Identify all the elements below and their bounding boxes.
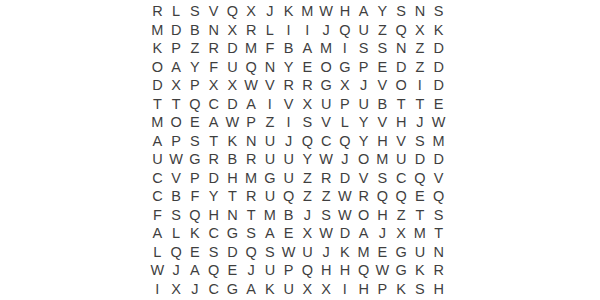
grid-cell-r1c7[interactable]: J — [261, 2, 280, 21]
grid-cell-r16c9[interactable]: X — [298, 280, 317, 299]
grid-cell-r5c9[interactable]: R — [298, 76, 317, 95]
grid-cell-r13c6[interactable]: S — [242, 224, 261, 243]
grid-cell-r4c8[interactable]: Y — [279, 58, 298, 77]
grid-cell-r12c2[interactable]: S — [167, 206, 186, 225]
grid-cell-r10c11[interactable]: D — [336, 169, 355, 188]
grid-cell-r3c16[interactable]: D — [429, 39, 448, 58]
grid-cell-r2c2[interactable]: D — [167, 21, 186, 40]
grid-cell-r16c1[interactable]: I — [148, 280, 167, 299]
grid-cell-r9c11[interactable]: J — [336, 150, 355, 169]
grid-cell-r10c3[interactable]: P — [186, 169, 205, 188]
grid-cell-r4c3[interactable]: Y — [186, 58, 205, 77]
grid-cell-r15c2[interactable]: J — [167, 261, 186, 280]
grid-cell-r11c4[interactable]: Y — [204, 187, 223, 206]
grid-cell-r3c15[interactable]: Z — [411, 39, 430, 58]
grid-cell-r8c11[interactable]: Q — [336, 132, 355, 151]
grid-cell-r4c11[interactable]: G — [336, 58, 355, 77]
grid-cell-r16c2[interactable]: X — [167, 280, 186, 299]
grid-cell-r6c4[interactable]: C — [204, 95, 223, 114]
grid-cell-r3c13[interactable]: S — [373, 39, 392, 58]
grid-cell-r3c11[interactable]: I — [336, 39, 355, 58]
grid-cell-r12c1[interactable]: F — [148, 206, 167, 225]
grid-cell-r8c14[interactable]: V — [392, 132, 411, 151]
grid-cell-r3c1[interactable]: K — [148, 39, 167, 58]
grid-cell-r4c16[interactable]: D — [429, 58, 448, 77]
grid-cell-r15c8[interactable]: P — [279, 261, 298, 280]
grid-cell-r14c7[interactable]: S — [261, 243, 280, 262]
grid-cell-r8c4[interactable]: T — [204, 132, 223, 151]
grid-cell-r10c16[interactable]: V — [429, 169, 448, 188]
grid-cell-r14c12[interactable]: M — [354, 243, 373, 262]
grid-cell-r8c1[interactable]: A — [148, 132, 167, 151]
grid-cell-r16c5[interactable]: G — [223, 280, 242, 299]
grid-cell-r13c2[interactable]: L — [167, 224, 186, 243]
grid-cell-r9c16[interactable]: D — [429, 150, 448, 169]
grid-cell-r10c1[interactable]: C — [148, 169, 167, 188]
grid-cell-r7c14[interactable]: H — [392, 113, 411, 132]
grid-cell-r5c10[interactable]: G — [317, 76, 336, 95]
word-search-grid: RLSVQXJKMWHAYSNSMDBNXRLIIJQUZQXKKPZRDMFB… — [148, 2, 448, 298]
grid-cell-r2c14[interactable]: Q — [392, 21, 411, 40]
grid-cell-r16c12[interactable]: H — [354, 280, 373, 299]
grid-cell-r1c14[interactable]: S — [392, 2, 411, 21]
grid-cell-r8c5[interactable]: K — [223, 132, 242, 151]
grid-cell-r12c5[interactable]: N — [223, 206, 242, 225]
grid-cell-r10c6[interactable]: M — [242, 169, 261, 188]
grid-cell-r15c5[interactable]: E — [223, 261, 242, 280]
grid-cell-r11c10[interactable]: Z — [317, 187, 336, 206]
grid-cell-r5c15[interactable]: I — [411, 76, 430, 95]
grid-cell-r7c4[interactable]: A — [204, 113, 223, 132]
grid-cell-r8c16[interactable]: M — [429, 132, 448, 151]
grid-cell-r3c5[interactable]: D — [223, 39, 242, 58]
grid-cell-r7c2[interactable]: O — [167, 113, 186, 132]
grid-cell-r11c1[interactable]: C — [148, 187, 167, 206]
grid-cell-r13c11[interactable]: D — [336, 224, 355, 243]
grid-cell-r15c15[interactable]: K — [411, 261, 430, 280]
grid-cell-r7c12[interactable]: Y — [354, 113, 373, 132]
grid-cell-r13c16[interactable]: T — [429, 224, 448, 243]
grid-cell-r10c8[interactable]: U — [279, 169, 298, 188]
grid-cell-r6c15[interactable]: T — [411, 95, 430, 114]
grid-cell-r6c6[interactable]: A — [242, 95, 261, 114]
grid-cell-r4c7[interactable]: N — [261, 58, 280, 77]
grid-cell-r14c1[interactable]: L — [148, 243, 167, 262]
grid-cell-r3c6[interactable]: M — [242, 39, 261, 58]
grid-cell-r15c14[interactable]: G — [392, 261, 411, 280]
grid-cell-r3c4[interactable]: R — [204, 39, 223, 58]
grid-cell-r9c8[interactable]: U — [279, 150, 298, 169]
grid-cell-r14c5[interactable]: D — [223, 243, 242, 262]
grid-cell-r7c9[interactable]: S — [298, 113, 317, 132]
grid-cell-r7c5[interactable]: W — [223, 113, 242, 132]
grid-cell-r1c5[interactable]: Q — [223, 2, 242, 21]
grid-cell-r1c15[interactable]: N — [411, 2, 430, 21]
grid-cell-r11c2[interactable]: B — [167, 187, 186, 206]
grid-cell-r6c5[interactable]: D — [223, 95, 242, 114]
grid-cell-r15c3[interactable]: A — [186, 261, 205, 280]
grid-cell-r2c3[interactable]: B — [186, 21, 205, 40]
grid-cell-r16c10[interactable]: X — [317, 280, 336, 299]
grid-cell-r8c12[interactable]: Y — [354, 132, 373, 151]
grid-cell-r15c9[interactable]: Q — [298, 261, 317, 280]
grid-cell-r2c8[interactable]: I — [279, 21, 298, 40]
grid-cell-r16c7[interactable]: K — [261, 280, 280, 299]
grid-cell-r9c15[interactable]: D — [411, 150, 430, 169]
grid-cell-r15c10[interactable]: H — [317, 261, 336, 280]
grid-cell-r12c4[interactable]: H — [204, 206, 223, 225]
grid-cell-r5c13[interactable]: V — [373, 76, 392, 95]
grid-cell-r13c14[interactable]: X — [392, 224, 411, 243]
grid-cell-r7c8[interactable]: I — [279, 113, 298, 132]
grid-cell-r12c14[interactable]: Z — [392, 206, 411, 225]
grid-cell-r13c4[interactable]: C — [204, 224, 223, 243]
grid-cell-r5c14[interactable]: O — [392, 76, 411, 95]
grid-cell-r2c9[interactable]: I — [298, 21, 317, 40]
grid-cell-r16c16[interactable]: H — [429, 280, 448, 299]
grid-cell-r15c6[interactable]: J — [242, 261, 261, 280]
grid-cell-r9c9[interactable]: Y — [298, 150, 317, 169]
grid-cell-r9c3[interactable]: G — [186, 150, 205, 169]
grid-cell-r15c13[interactable]: W — [373, 261, 392, 280]
grid-cell-r13c10[interactable]: W — [317, 224, 336, 243]
grid-cell-r12c6[interactable]: T — [242, 206, 261, 225]
grid-cell-r8c10[interactable]: C — [317, 132, 336, 151]
grid-cell-r15c11[interactable]: H — [336, 261, 355, 280]
grid-cell-r15c7[interactable]: U — [261, 261, 280, 280]
grid-cell-r7c16[interactable]: W — [429, 113, 448, 132]
grid-cell-r6c3[interactable]: Q — [186, 95, 205, 114]
grid-cell-r8c9[interactable]: Q — [298, 132, 317, 151]
grid-cell-r16c3[interactable]: J — [186, 280, 205, 299]
grid-cell-r7c1[interactable]: M — [148, 113, 167, 132]
grid-cell-r2c15[interactable]: X — [411, 21, 430, 40]
grid-cell-r4c1[interactable]: O — [148, 58, 167, 77]
grid-cell-r13c13[interactable]: J — [373, 224, 392, 243]
grid-cell-r11c7[interactable]: U — [261, 187, 280, 206]
grid-cell-r11c9[interactable]: Z — [298, 187, 317, 206]
grid-cell-r2c6[interactable]: R — [242, 21, 261, 40]
grid-cell-r11c14[interactable]: Q — [392, 187, 411, 206]
grid-cell-r2c11[interactable]: Q — [336, 21, 355, 40]
grid-cell-r5c1[interactable]: D — [148, 76, 167, 95]
word-search-page: RLSVQXJKMWHAYSNSMDBNXRLIIJQUZQXKKPZRDMFB… — [0, 0, 600, 300]
grid-cell-r2c1[interactable]: M — [148, 21, 167, 40]
grid-cell-r14c15[interactable]: U — [411, 243, 430, 262]
grid-cell-r13c9[interactable]: X — [298, 224, 317, 243]
grid-cell-r7c13[interactable]: V — [373, 113, 392, 132]
grid-cell-r9c4[interactable]: R — [204, 150, 223, 169]
grid-cell-r4c5[interactable]: U — [223, 58, 242, 77]
grid-cell-r14c6[interactable]: Q — [242, 243, 261, 262]
grid-cell-r11c12[interactable]: R — [354, 187, 373, 206]
grid-cell-r1c3[interactable]: S — [186, 2, 205, 21]
grid-cell-r1c8[interactable]: K — [279, 2, 298, 21]
grid-cell-r9c7[interactable]: U — [261, 150, 280, 169]
grid-cell-r10c5[interactable]: H — [223, 169, 242, 188]
grid-cell-r9c13[interactable]: M — [373, 150, 392, 169]
grid-cell-r3c8[interactable]: B — [279, 39, 298, 58]
grid-cell-r5c2[interactable]: X — [167, 76, 186, 95]
grid-cell-r4c9[interactable]: E — [298, 58, 317, 77]
grid-cell-r6c10[interactable]: U — [317, 95, 336, 114]
grid-cell-r9c12[interactable]: O — [354, 150, 373, 169]
grid-cell-r11c6[interactable]: R — [242, 187, 261, 206]
grid-cell-r6c2[interactable]: T — [167, 95, 186, 114]
grid-cell-r16c11[interactable]: I — [336, 280, 355, 299]
grid-cell-r9c10[interactable]: W — [317, 150, 336, 169]
grid-cell-r13c1[interactable]: A — [148, 224, 167, 243]
grid-cell-r8c2[interactable]: P — [167, 132, 186, 151]
grid-cell-r12c10[interactable]: S — [317, 206, 336, 225]
grid-cell-r10c15[interactable]: Q — [411, 169, 430, 188]
grid-cell-r12c15[interactable]: T — [411, 206, 430, 225]
grid-cell-r5c7[interactable]: V — [261, 76, 280, 95]
grid-cell-r8c15[interactable]: S — [411, 132, 430, 151]
grid-cell-r14c14[interactable]: G — [392, 243, 411, 262]
grid-cell-r2c7[interactable]: L — [261, 21, 280, 40]
grid-cell-r1c10[interactable]: W — [317, 2, 336, 21]
grid-cell-r1c4[interactable]: V — [204, 2, 223, 21]
grid-cell-r13c8[interactable]: E — [279, 224, 298, 243]
grid-cell-r13c5[interactable]: G — [223, 224, 242, 243]
grid-cell-r1c16[interactable]: S — [429, 2, 448, 21]
grid-cell-r5c4[interactable]: X — [204, 76, 223, 95]
grid-cell-r1c9[interactable]: M — [298, 2, 317, 21]
grid-cell-r11c15[interactable]: E — [411, 187, 430, 206]
grid-cell-r14c9[interactable]: U — [298, 243, 317, 262]
grid-cell-r11c13[interactable]: Q — [373, 187, 392, 206]
grid-cell-r8c7[interactable]: U — [261, 132, 280, 151]
grid-cell-r6c1[interactable]: T — [148, 95, 167, 114]
grid-cell-r5c16[interactable]: D — [429, 76, 448, 95]
grid-cell-r1c11[interactable]: H — [336, 2, 355, 21]
grid-cell-r4c10[interactable]: O — [317, 58, 336, 77]
grid-cell-r9c2[interactable]: W — [167, 150, 186, 169]
grid-cell-r5c12[interactable]: J — [354, 76, 373, 95]
grid-cell-r6c12[interactable]: U — [354, 95, 373, 114]
grid-cell-r14c3[interactable]: E — [186, 243, 205, 262]
grid-cell-r14c13[interactable]: E — [373, 243, 392, 262]
grid-cell-r14c2[interactable]: Q — [167, 243, 186, 262]
grid-cell-r4c13[interactable]: E — [373, 58, 392, 77]
grid-cell-r6c11[interactable]: P — [336, 95, 355, 114]
grid-cell-r2c4[interactable]: N — [204, 21, 223, 40]
grid-cell-r16c4[interactable]: C — [204, 280, 223, 299]
grid-cell-r3c9[interactable]: A — [298, 39, 317, 58]
grid-cell-r13c7[interactable]: A — [261, 224, 280, 243]
grid-cell-r14c8[interactable]: W — [279, 243, 298, 262]
grid-cell-r14c16[interactable]: N — [429, 243, 448, 262]
grid-cell-r14c10[interactable]: J — [317, 243, 336, 262]
grid-cell-r13c3[interactable]: K — [186, 224, 205, 243]
grid-cell-r16c15[interactable]: S — [411, 280, 430, 299]
grid-cell-r5c5[interactable]: X — [223, 76, 242, 95]
grid-cell-r2c12[interactable]: U — [354, 21, 373, 40]
grid-cell-r10c9[interactable]: Z — [298, 169, 317, 188]
grid-cell-r16c13[interactable]: P — [373, 280, 392, 299]
grid-cell-r6c9[interactable]: X — [298, 95, 317, 114]
grid-cell-r15c1[interactable]: W — [148, 261, 167, 280]
grid-cell-r7c6[interactable]: P — [242, 113, 261, 132]
grid-cell-r1c2[interactable]: L — [167, 2, 186, 21]
grid-cell-r15c12[interactable]: Q — [354, 261, 373, 280]
grid-cell-r2c10[interactable]: J — [317, 21, 336, 40]
grid-cell-r12c8[interactable]: B — [279, 206, 298, 225]
grid-cell-r14c11[interactable]: K — [336, 243, 355, 262]
grid-cell-r9c5[interactable]: B — [223, 150, 242, 169]
grid-cell-r4c12[interactable]: P — [354, 58, 373, 77]
grid-cell-r4c15[interactable]: Z — [411, 58, 430, 77]
grid-cell-r12c9[interactable]: J — [298, 206, 317, 225]
grid-cell-r10c10[interactable]: R — [317, 169, 336, 188]
grid-cell-r11c11[interactable]: W — [336, 187, 355, 206]
grid-cell-r12c11[interactable]: W — [336, 206, 355, 225]
grid-cell-r12c13[interactable]: H — [373, 206, 392, 225]
grid-cell-r11c16[interactable]: Q — [429, 187, 448, 206]
grid-cell-r12c3[interactable]: Q — [186, 206, 205, 225]
grid-cell-r13c15[interactable]: M — [411, 224, 430, 243]
grid-cell-r16c6[interactable]: A — [242, 280, 261, 299]
grid-cell-r16c8[interactable]: U — [279, 280, 298, 299]
grid-cell-r1c6[interactable]: X — [242, 2, 261, 21]
grid-cell-r9c1[interactable]: U — [148, 150, 167, 169]
grid-cell-r7c10[interactable]: V — [317, 113, 336, 132]
grid-cell-r15c4[interactable]: Q — [204, 261, 223, 280]
grid-cell-r7c3[interactable]: E — [186, 113, 205, 132]
grid-cell-r6c16[interactable]: E — [429, 95, 448, 114]
grid-cell-r5c3[interactable]: P — [186, 76, 205, 95]
grid-cell-r16c14[interactable]: K — [392, 280, 411, 299]
grid-cell-r10c14[interactable]: C — [392, 169, 411, 188]
grid-cell-r11c8[interactable]: Q — [279, 187, 298, 206]
grid-cell-r1c12[interactable]: A — [354, 2, 373, 21]
grid-cell-r5c8[interactable]: R — [279, 76, 298, 95]
grid-cell-r3c7[interactable]: F — [261, 39, 280, 58]
grid-cell-r10c7[interactable]: G — [261, 169, 280, 188]
grid-cell-r2c5[interactable]: X — [223, 21, 242, 40]
grid-cell-r3c2[interactable]: P — [167, 39, 186, 58]
grid-cell-r8c13[interactable]: H — [373, 132, 392, 151]
grid-cell-r12c12[interactable]: O — [354, 206, 373, 225]
grid-cell-r8c6[interactable]: N — [242, 132, 261, 151]
grid-cell-r8c8[interactable]: J — [279, 132, 298, 151]
grid-cell-r3c14[interactable]: N — [392, 39, 411, 58]
grid-cell-r10c2[interactable]: V — [167, 169, 186, 188]
grid-cell-r6c7[interactable]: I — [261, 95, 280, 114]
grid-cell-r13c12[interactable]: A — [354, 224, 373, 243]
grid-cell-r4c4[interactable]: F — [204, 58, 223, 77]
grid-cell-r10c4[interactable]: D — [204, 169, 223, 188]
grid-cell-r3c12[interactable]: S — [354, 39, 373, 58]
grid-cell-r6c13[interactable]: B — [373, 95, 392, 114]
grid-cell-r2c13[interactable]: Z — [373, 21, 392, 40]
grid-cell-r14c4[interactable]: S — [204, 243, 223, 262]
grid-cell-r3c10[interactable]: M — [317, 39, 336, 58]
grid-cell-r11c3[interactable]: F — [186, 187, 205, 206]
grid-cell-r7c15[interactable]: J — [411, 113, 430, 132]
grid-cell-r5c6[interactable]: W — [242, 76, 261, 95]
grid-cell-r4c2[interactable]: A — [167, 58, 186, 77]
grid-cell-r11c5[interactable]: T — [223, 187, 242, 206]
grid-cell-r7c7[interactable]: Z — [261, 113, 280, 132]
grid-cell-r12c16[interactable]: S — [429, 206, 448, 225]
grid-cell-r9c6[interactable]: R — [242, 150, 261, 169]
grid-cell-r6c14[interactable]: T — [392, 95, 411, 114]
grid-cell-r1c13[interactable]: Y — [373, 2, 392, 21]
grid-cell-r12c7[interactable]: M — [261, 206, 280, 225]
grid-cell-r4c14[interactable]: D — [392, 58, 411, 77]
grid-cell-r15c16[interactable]: R — [429, 261, 448, 280]
grid-cell-r9c14[interactable]: U — [392, 150, 411, 169]
grid-cell-r1c1[interactable]: R — [148, 2, 167, 21]
grid-cell-r3c3[interactable]: Z — [186, 39, 205, 58]
grid-cell-r10c12[interactable]: V — [354, 169, 373, 188]
grid-cell-r6c8[interactable]: V — [279, 95, 298, 114]
grid-cell-r5c11[interactable]: X — [336, 76, 355, 95]
grid-cell-r4c6[interactable]: Q — [242, 58, 261, 77]
grid-cell-r10c13[interactable]: S — [373, 169, 392, 188]
grid-cell-r7c11[interactable]: L — [336, 113, 355, 132]
grid-cell-r2c16[interactable]: K — [429, 21, 448, 40]
grid-cell-r8c3[interactable]: S — [186, 132, 205, 151]
